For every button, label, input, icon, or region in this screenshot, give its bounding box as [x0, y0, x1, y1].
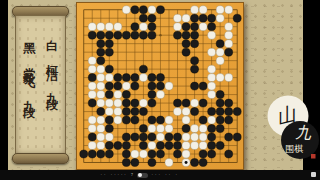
black-stone-7-12 — [139, 108, 147, 116]
black-stone-14-13 — [199, 116, 207, 124]
black-stone-9-16 — [156, 142, 164, 150]
go-board-grid — [77, 3, 243, 169]
black-stone-6-15 — [131, 133, 139, 141]
white-stone-4-13 — [114, 116, 122, 124]
white-stone-8-0 — [148, 6, 156, 14]
white-stone-10-13 — [165, 116, 173, 124]
black-stone-15-16 — [208, 142, 216, 150]
black-stone-3-16 — [105, 142, 113, 150]
black-stone-8-1 — [148, 14, 156, 22]
white-stone-6-17 — [131, 150, 139, 158]
black-stone-5-17 — [122, 150, 130, 158]
white-stone-2-13 — [97, 116, 105, 124]
black-stone-16-14 — [216, 125, 224, 133]
black-stone-1-17 — [88, 150, 96, 158]
black-stone-17-11 — [225, 99, 233, 107]
white-stone-4-2 — [114, 23, 122, 31]
white-stone-11-1 — [174, 14, 182, 22]
black-stone-12-14 — [182, 125, 190, 133]
white-stone-17-8 — [225, 74, 233, 82]
white-stone-10-9 — [165, 82, 173, 90]
white-stone-1-2 — [88, 23, 96, 31]
video-frame: 白 柯洁 九段 黑 党毅飞 九段 山 九 围棋 ·· ····· 7 ··· ·… — [0, 0, 320, 180]
white-stone-2-14 — [97, 125, 105, 133]
white-stone-7-11 — [139, 99, 147, 107]
black-stone-7-15 — [139, 133, 147, 141]
black-stone-18-12 — [233, 108, 241, 116]
black-stone-5-13 — [122, 116, 130, 124]
white-stone-16-1 — [216, 14, 224, 22]
black-stone-8-2 — [148, 23, 156, 31]
black-stone-18-15 — [233, 133, 241, 141]
black-stone-17-13 — [225, 116, 233, 124]
black-stone-7-0 — [139, 6, 147, 14]
black-stone-11-11 — [174, 99, 182, 107]
black-stone-10-16 — [165, 142, 173, 150]
black-stone-3-3 — [105, 31, 113, 39]
black-stone-12-3 — [182, 31, 190, 39]
white-stone-2-2 — [97, 23, 105, 31]
black-stone-13-1 — [191, 14, 199, 22]
black-stone-4-16 — [114, 142, 122, 150]
black-stone-2-17 — [97, 150, 105, 158]
black-stone-14-1 — [199, 14, 207, 22]
black-stone-12-5 — [182, 48, 190, 56]
black-stone-2-5 — [97, 48, 105, 56]
black-player-label: 黑 党毅飞 九段 — [23, 33, 35, 101]
black-stone-17-15 — [225, 133, 233, 141]
black-stone-11-17 — [174, 150, 182, 158]
black-stone-17-12 — [225, 108, 233, 116]
white-stone-3-11 — [105, 99, 113, 107]
black-stone-8-9 — [148, 82, 156, 90]
black-stone-6-13 — [131, 116, 139, 124]
black-stone-14-18 — [199, 158, 207, 166]
black-stone-5-12 — [122, 108, 130, 116]
black-stone-8-3 — [148, 31, 156, 39]
white-stone-5-0 — [122, 6, 130, 14]
black-stone-18-1 — [233, 14, 241, 22]
black-stone-14-9 — [199, 82, 207, 90]
white-stone-14-14 — [199, 125, 207, 133]
black-stone-6-2 — [131, 23, 139, 31]
black-stone-17-5 — [225, 48, 233, 56]
black-stone-9-8 — [156, 74, 164, 82]
white-stone-3-8 — [105, 74, 113, 82]
white-player-label: 白 柯洁 九段 — [46, 30, 58, 93]
black-stone-16-4 — [216, 40, 224, 48]
black-stone-13-6 — [191, 57, 199, 65]
black-stone-6-0 — [131, 6, 139, 14]
white-stone-4-10 — [114, 91, 122, 99]
go-board — [76, 2, 244, 170]
black-stone-16-11 — [216, 99, 224, 107]
black-stone-13-7 — [191, 65, 199, 73]
black-stone-16-13 — [216, 116, 224, 124]
black-stone-3-9 — [105, 82, 113, 90]
white-stone-1-6 — [88, 57, 96, 65]
white-stone-3-2 — [105, 23, 113, 31]
black-stone-4-8 — [114, 74, 122, 82]
black-stone-15-17 — [208, 150, 216, 158]
black-stone-8-11 — [148, 99, 156, 107]
black-stone-5-16 — [122, 142, 130, 150]
black-stone-2-6 — [97, 57, 105, 65]
white-stone-5-9 — [122, 82, 130, 90]
white-stone-12-17 — [182, 150, 190, 158]
black-stone-9-9 — [156, 82, 164, 90]
black-stone-11-15 — [174, 133, 182, 141]
white-stone-1-9 — [88, 82, 96, 90]
black-stone-1-8 — [88, 74, 96, 82]
black-stone-4-3 — [114, 31, 122, 39]
channel-logo: 山 九 围棋 — [261, 92, 320, 166]
hoshi-point — [159, 34, 161, 36]
black-stone-13-18 — [191, 158, 199, 166]
black-stone-13-12 — [191, 108, 199, 116]
black-stone-5-15 — [122, 133, 130, 141]
black-stone-15-12 — [208, 108, 216, 116]
black-stone-16-12 — [216, 108, 224, 116]
black-stone-6-12 — [131, 108, 139, 116]
black-stone-12-2 — [182, 23, 190, 31]
black-stone-3-4 — [105, 40, 113, 48]
autoplay-toggle[interactable] — [137, 173, 148, 178]
white-stone-15-13 — [208, 116, 216, 124]
white-stone-15-9 — [208, 82, 216, 90]
black-stone-9-0 — [156, 6, 164, 14]
black-stone-6-3 — [131, 31, 139, 39]
black-stone-7-7 — [139, 65, 147, 73]
black-stone-6-18 — [131, 158, 139, 166]
white-stone-3-15 — [105, 133, 113, 141]
black-stone-3-13 — [105, 116, 113, 124]
white-stone-16-0 — [216, 6, 224, 14]
black-stone-4-9 — [114, 82, 122, 90]
white-stone-9-15 — [156, 133, 164, 141]
white-stone-17-0 — [225, 6, 233, 14]
white-stone-12-12 — [182, 108, 190, 116]
black-stone-8-17 — [148, 150, 156, 158]
white-stone-13-16 — [191, 142, 199, 150]
black-stone-3-7 — [105, 65, 113, 73]
black-stone-7-16 — [139, 142, 147, 150]
bar-left-text: ·· ····· 7 — [100, 172, 134, 178]
white-stone-15-7 — [208, 65, 216, 73]
logo-glyph-main: 九 — [295, 123, 312, 142]
white-stone-17-4 — [225, 40, 233, 48]
black-stone-6-9 — [131, 82, 139, 90]
white-stone-2-11 — [97, 99, 105, 107]
white-stone-11-12 — [174, 108, 182, 116]
white-stone-1-14 — [88, 125, 96, 133]
black-stone-8-15 — [148, 133, 156, 141]
white-stone-2-8 — [97, 74, 105, 82]
white-stone-14-2 — [199, 23, 207, 31]
black-stone-5-11 — [122, 99, 130, 107]
logo-glyph-sub: 围棋 — [285, 144, 304, 154]
white-stone-1-7 — [88, 65, 96, 73]
white-stone-16-5 — [216, 48, 224, 56]
white-stone-12-13 — [182, 116, 190, 124]
black-stone-8-18 — [148, 158, 156, 166]
black-stone-16-16 — [216, 142, 224, 150]
black-stone-11-16 — [174, 142, 182, 150]
white-stone-1-10 — [88, 91, 96, 99]
white-stone-11-2 — [174, 23, 182, 31]
black-stone-9-17 — [156, 150, 164, 158]
black-stone-1-15 — [88, 133, 96, 141]
white-stone-2-15 — [97, 133, 105, 141]
white-stone-1-16 — [88, 142, 96, 150]
black-stone-2-4 — [97, 40, 105, 48]
white-stone-14-0 — [199, 6, 207, 14]
white-stone-15-8 — [208, 74, 216, 82]
black-stone-8-10 — [148, 91, 156, 99]
white-stone-7-17 — [139, 150, 147, 158]
white-stone-7-8 — [139, 74, 147, 82]
black-stone-3-14 — [105, 125, 113, 133]
white-stone-2-7 — [97, 65, 105, 73]
black-stone-3-10 — [105, 91, 113, 99]
black-stone-10-15 — [165, 133, 173, 141]
white-stone-17-2 — [225, 23, 233, 31]
black-stone-12-4 — [182, 40, 190, 48]
white-stone-13-15 — [191, 133, 199, 141]
black-stone-14-11 — [199, 99, 207, 107]
white-stone-15-3 — [208, 31, 216, 39]
black-stone-7-14 — [139, 125, 147, 133]
player-settings-icon[interactable] — [311, 172, 316, 177]
black-stone-1-11 — [88, 99, 96, 107]
white-stone-13-14 — [191, 125, 199, 133]
white-stone-12-16 — [182, 142, 190, 150]
white-stone-7-2 — [139, 23, 147, 31]
black-stone-12-11 — [182, 99, 190, 107]
white-stone-2-16 — [97, 142, 105, 150]
black-stone-5-8 — [122, 74, 130, 82]
black-stone-8-13 — [148, 116, 156, 124]
scroll-bottom-roll — [12, 153, 69, 164]
black-stone-16-10 — [216, 91, 224, 99]
white-stone-12-15 — [182, 133, 190, 141]
black-stone-5-18 — [122, 158, 130, 166]
black-stone-15-1 — [208, 14, 216, 22]
black-stone-13-2 — [191, 23, 199, 31]
white-stone-15-5 — [208, 48, 216, 56]
white-stone-3-12 — [105, 108, 113, 116]
black-stone-7-1 — [139, 14, 147, 22]
black-stone-13-4 — [191, 40, 199, 48]
black-stone-3-17 — [105, 150, 113, 158]
black-stone-14-17 — [199, 150, 207, 158]
black-stone-0-17 — [80, 150, 88, 158]
black-stone-13-9 — [191, 82, 199, 90]
white-stone-16-8 — [216, 74, 224, 82]
black-stone-9-13 — [156, 116, 164, 124]
white-stone-13-0 — [191, 6, 199, 14]
black-stone-2-12 — [97, 108, 105, 116]
black-stone-15-14 — [208, 125, 216, 133]
black-stone-5-3 — [122, 31, 130, 39]
white-stone-10-14 — [165, 125, 173, 133]
white-stone-14-15 — [199, 133, 207, 141]
white-stone-14-16 — [199, 142, 207, 150]
white-stone-2-10 — [97, 91, 105, 99]
black-stone-3-5 — [105, 48, 113, 56]
black-stone-1-3 — [88, 31, 96, 39]
white-stone-8-14 — [148, 125, 156, 133]
black-stone-17-17 — [225, 150, 233, 158]
black-stone-8-8 — [148, 74, 156, 82]
black-stone-11-3 — [174, 31, 182, 39]
player-name-scroll: 白 柯洁 九段 黑 党毅飞 九段 — [12, 6, 69, 164]
white-stone-17-3 — [225, 31, 233, 39]
white-stone-10-18 — [165, 158, 173, 166]
black-stone-15-15 — [208, 133, 216, 141]
white-stone-2-9 — [97, 82, 105, 90]
white-stone-4-11 — [114, 99, 122, 107]
logo-red-seal — [311, 154, 316, 159]
white-stone-4-12 — [114, 108, 122, 116]
white-stone-16-6 — [216, 57, 224, 65]
black-stone-5-10 — [122, 91, 130, 99]
white-stone-9-14 — [156, 125, 164, 133]
black-stone-15-2 — [208, 23, 216, 31]
black-stone-7-3 — [139, 31, 147, 39]
white-stone-8-16 — [148, 142, 156, 150]
black-stone-6-11 — [131, 99, 139, 107]
player-control-bar: ·· ····· 7 ··· ·· · — [0, 170, 320, 180]
white-stone-12-1 — [182, 14, 190, 22]
bar-right-text: ··· ·· · — [151, 172, 178, 178]
scroll-paper: 白 柯洁 九段 黑 党毅飞 九段 — [15, 15, 66, 155]
white-stone-15-10 — [208, 91, 216, 99]
black-stone-6-8 — [131, 74, 139, 82]
black-stone-2-3 — [97, 31, 105, 39]
black-stone-13-3 — [191, 31, 199, 39]
last-move-marker — [185, 161, 188, 164]
white-stone-9-10 — [156, 91, 164, 99]
white-stone-13-11 — [191, 99, 199, 107]
white-stone-1-13 — [88, 116, 96, 124]
